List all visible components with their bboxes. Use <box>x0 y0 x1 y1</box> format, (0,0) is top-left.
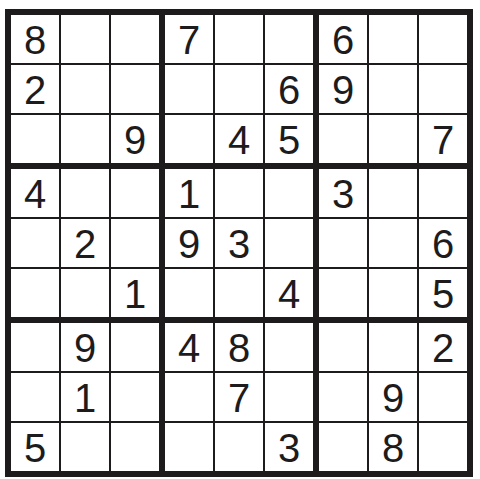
cell-r3c9[interactable]: 7 <box>419 115 467 163</box>
cell-r9c1[interactable]: 5 <box>11 423 61 471</box>
given-digit-r7c5: 8 <box>228 328 250 368</box>
cell-r4c7[interactable]: 3 <box>319 169 369 219</box>
given-digit-r6c9: 5 <box>432 274 454 314</box>
cell-r6c8[interactable] <box>369 269 419 317</box>
given-digit-r7c4: 4 <box>178 328 200 368</box>
cell-r7c7[interactable] <box>319 323 369 373</box>
cell-r2c3[interactable] <box>111 65 159 115</box>
given-digit-r7c9: 2 <box>432 328 454 368</box>
cell-r9c9[interactable] <box>419 423 467 471</box>
cell-r2c8[interactable] <box>369 65 419 115</box>
cell-r7c4[interactable]: 4 <box>165 323 215 373</box>
cell-r3c1[interactable] <box>11 115 61 163</box>
cell-r6c5[interactable] <box>215 269 265 317</box>
given-digit-r8c8: 9 <box>382 378 404 418</box>
given-digit-r1c1: 8 <box>24 20 46 60</box>
cell-r3c6[interactable]: 5 <box>265 115 313 163</box>
given-digit-r3c3: 9 <box>124 120 146 160</box>
box-4: 421 <box>11 169 165 323</box>
cell-r8c3[interactable] <box>111 373 159 423</box>
cell-r5c6[interactable] <box>265 219 313 269</box>
cell-r9c7[interactable] <box>319 423 369 471</box>
cell-r8c1[interactable] <box>11 373 61 423</box>
cell-r8c5[interactable]: 7 <box>215 373 265 423</box>
cell-r9c8[interactable]: 8 <box>369 423 419 471</box>
cell-r4c3[interactable] <box>111 169 159 219</box>
cell-r6c2[interactable] <box>61 269 111 317</box>
cell-r9c3[interactable] <box>111 423 159 471</box>
given-digit-r9c8: 8 <box>382 428 404 468</box>
given-digit-r5c2: 2 <box>74 224 96 264</box>
given-digit-r9c6: 3 <box>278 428 300 468</box>
cell-r9c2[interactable] <box>61 423 111 471</box>
cell-r7c8[interactable] <box>369 323 419 373</box>
cell-r4c2[interactable] <box>61 169 111 219</box>
cell-r6c9[interactable]: 5 <box>419 269 467 317</box>
box-2: 7645 <box>165 15 319 169</box>
box-3: 697 <box>319 15 467 169</box>
given-digit-r3c5: 4 <box>228 120 250 160</box>
cell-r6c4[interactable] <box>165 269 215 317</box>
cell-r4c9[interactable] <box>419 169 467 219</box>
cell-r3c5[interactable]: 4 <box>215 115 265 163</box>
cell-r7c6[interactable] <box>265 323 313 373</box>
cell-r5c1[interactable] <box>11 219 61 269</box>
sudoku-board: 829764569742119343659154873298 <box>5 9 473 477</box>
box-7: 915 <box>11 323 165 471</box>
cell-r2c6[interactable]: 6 <box>265 65 313 115</box>
cell-r5c3[interactable] <box>111 219 159 269</box>
cell-r9c6[interactable]: 3 <box>265 423 313 471</box>
cell-r1c6[interactable] <box>265 15 313 65</box>
cell-r7c3[interactable] <box>111 323 159 373</box>
cell-r6c7[interactable] <box>319 269 369 317</box>
cell-r1c9[interactable] <box>419 15 467 65</box>
cell-r5c9[interactable]: 6 <box>419 219 467 269</box>
given-digit-r2c1: 2 <box>24 70 46 110</box>
cell-r9c5[interactable] <box>215 423 265 471</box>
cell-r8c8[interactable]: 9 <box>369 373 419 423</box>
cell-r2c4[interactable] <box>165 65 215 115</box>
cell-r7c5[interactable]: 8 <box>215 323 265 373</box>
cell-r1c2[interactable] <box>61 15 111 65</box>
box-6: 365 <box>319 169 467 323</box>
given-digit-r1c7: 6 <box>332 20 354 60</box>
cell-r3c7[interactable] <box>319 115 369 163</box>
cell-r5c8[interactable] <box>369 219 419 269</box>
cell-r4c5[interactable] <box>215 169 265 219</box>
cell-r1c4[interactable]: 7 <box>165 15 215 65</box>
given-digit-r3c9: 7 <box>432 120 454 160</box>
cell-r7c9[interactable]: 2 <box>419 323 467 373</box>
given-digit-r8c2: 1 <box>74 378 96 418</box>
given-digit-r1c4: 7 <box>178 20 200 60</box>
cell-r9c4[interactable] <box>165 423 215 471</box>
sudoku-page: 829764569742119343659154873298 <box>0 0 480 479</box>
cell-r8c4[interactable] <box>165 373 215 423</box>
cell-r5c2[interactable]: 2 <box>61 219 111 269</box>
cell-r2c1[interactable]: 2 <box>11 65 61 115</box>
cell-r5c5[interactable]: 3 <box>215 219 265 269</box>
given-digit-r4c1: 4 <box>24 174 46 214</box>
given-digit-r8c5: 7 <box>228 378 250 418</box>
cell-r1c3[interactable] <box>111 15 159 65</box>
box-8: 4873 <box>165 323 319 471</box>
cell-r8c6[interactable] <box>265 373 313 423</box>
cell-r3c8[interactable] <box>369 115 419 163</box>
cell-r2c5[interactable] <box>215 65 265 115</box>
cell-r8c9[interactable] <box>419 373 467 423</box>
box-1: 829 <box>11 15 165 169</box>
given-digit-r4c4: 1 <box>178 174 200 214</box>
cell-r8c2[interactable]: 1 <box>61 373 111 423</box>
cell-r4c1[interactable]: 4 <box>11 169 61 219</box>
cell-r6c1[interactable] <box>11 269 61 317</box>
given-digit-r4c7: 3 <box>332 174 354 214</box>
cell-r8c7[interactable] <box>319 373 369 423</box>
given-digit-r9c1: 5 <box>24 428 46 468</box>
cell-r7c1[interactable] <box>11 323 61 373</box>
cell-r6c6[interactable]: 4 <box>265 269 313 317</box>
given-digit-r7c2: 9 <box>74 328 96 368</box>
cell-r2c9[interactable] <box>419 65 467 115</box>
cell-r4c6[interactable] <box>265 169 313 219</box>
cell-r1c8[interactable] <box>369 15 419 65</box>
cell-r3c4[interactable] <box>165 115 215 163</box>
cell-r3c2[interactable] <box>61 115 111 163</box>
given-digit-r2c6: 6 <box>278 70 300 110</box>
box-5: 1934 <box>165 169 319 323</box>
cell-r2c2[interactable] <box>61 65 111 115</box>
given-digit-r5c9: 6 <box>432 224 454 264</box>
cell-r1c1[interactable]: 8 <box>11 15 61 65</box>
given-digit-r3c6: 5 <box>278 120 300 160</box>
box-9: 298 <box>319 323 467 471</box>
given-digit-r6c6: 4 <box>278 274 300 314</box>
cell-r5c7[interactable] <box>319 219 369 269</box>
given-digit-r6c3: 1 <box>124 274 146 314</box>
given-digit-r5c5: 3 <box>228 224 250 264</box>
cell-r2c7[interactable]: 9 <box>319 65 369 115</box>
cell-r6c3[interactable]: 1 <box>111 269 159 317</box>
cell-r1c7[interactable]: 6 <box>319 15 369 65</box>
given-digit-r2c7: 9 <box>332 70 354 110</box>
cell-r7c2[interactable]: 9 <box>61 323 111 373</box>
cell-r1c5[interactable] <box>215 15 265 65</box>
cell-r5c4[interactable]: 9 <box>165 219 215 269</box>
cell-r4c8[interactable] <box>369 169 419 219</box>
cell-r4c4[interactable]: 1 <box>165 169 215 219</box>
given-digit-r5c4: 9 <box>178 224 200 264</box>
cell-r3c3[interactable]: 9 <box>111 115 159 163</box>
